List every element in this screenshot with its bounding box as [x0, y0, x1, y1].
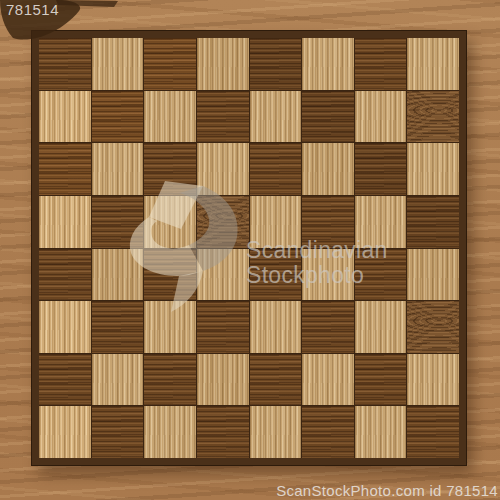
square-d4: [197, 249, 249, 301]
square-h5: [407, 196, 459, 248]
square-d3: [197, 301, 249, 353]
square-d6: [197, 143, 249, 195]
square-d2: [197, 354, 249, 406]
square-a3: [39, 301, 91, 353]
stock-agency-corner-logo-icon: [0, 0, 130, 48]
square-h6: [407, 143, 459, 195]
square-e3: [250, 301, 302, 353]
square-a5: [39, 196, 91, 248]
square-c4: [144, 249, 196, 301]
square-e6: [250, 143, 302, 195]
square-g6: [355, 143, 407, 195]
square-h2: [407, 354, 459, 406]
square-e5: [250, 196, 302, 248]
watermark-credit-text: ScanStockPhoto.com id 781514: [276, 482, 498, 499]
square-e7: [250, 91, 302, 143]
square-f2: [302, 354, 354, 406]
square-b1: [92, 406, 144, 458]
square-e4: [250, 249, 302, 301]
square-c8: [144, 38, 196, 90]
square-d7: [197, 91, 249, 143]
square-e8: [250, 38, 302, 90]
square-b4: [92, 249, 144, 301]
square-c7: [144, 91, 196, 143]
square-c5: [144, 196, 196, 248]
square-f8: [302, 38, 354, 90]
square-a4: [39, 249, 91, 301]
square-g1: [355, 406, 407, 458]
square-f1: [302, 406, 354, 458]
chess-board: [32, 31, 466, 465]
square-g7: [355, 91, 407, 143]
square-b3: [92, 301, 144, 353]
square-c3: [144, 301, 196, 353]
square-b2: [92, 354, 144, 406]
square-d5: [197, 196, 249, 248]
square-f7: [302, 91, 354, 143]
square-f4: [302, 249, 354, 301]
square-a6: [39, 143, 91, 195]
square-h7: [407, 91, 459, 143]
square-b5: [92, 196, 144, 248]
board-grid: [39, 38, 459, 458]
square-e2: [250, 354, 302, 406]
square-g2: [355, 354, 407, 406]
square-c1: [144, 406, 196, 458]
square-g3: [355, 301, 407, 353]
square-h8: [407, 38, 459, 90]
square-a7: [39, 91, 91, 143]
stock-photo-canvas: 781514 Scandinavian Stockphoto ScanStock…: [0, 0, 500, 500]
square-f3: [302, 301, 354, 353]
square-c2: [144, 354, 196, 406]
square-d8: [197, 38, 249, 90]
square-e1: [250, 406, 302, 458]
square-g5: [355, 196, 407, 248]
square-a1: [39, 406, 91, 458]
square-d1: [197, 406, 249, 458]
square-c6: [144, 143, 196, 195]
square-h4: [407, 249, 459, 301]
square-f6: [302, 143, 354, 195]
square-g8: [355, 38, 407, 90]
square-b7: [92, 91, 144, 143]
square-g4: [355, 249, 407, 301]
square-f5: [302, 196, 354, 248]
square-a2: [39, 354, 91, 406]
square-b6: [92, 143, 144, 195]
square-h1: [407, 406, 459, 458]
square-h3: [407, 301, 459, 353]
